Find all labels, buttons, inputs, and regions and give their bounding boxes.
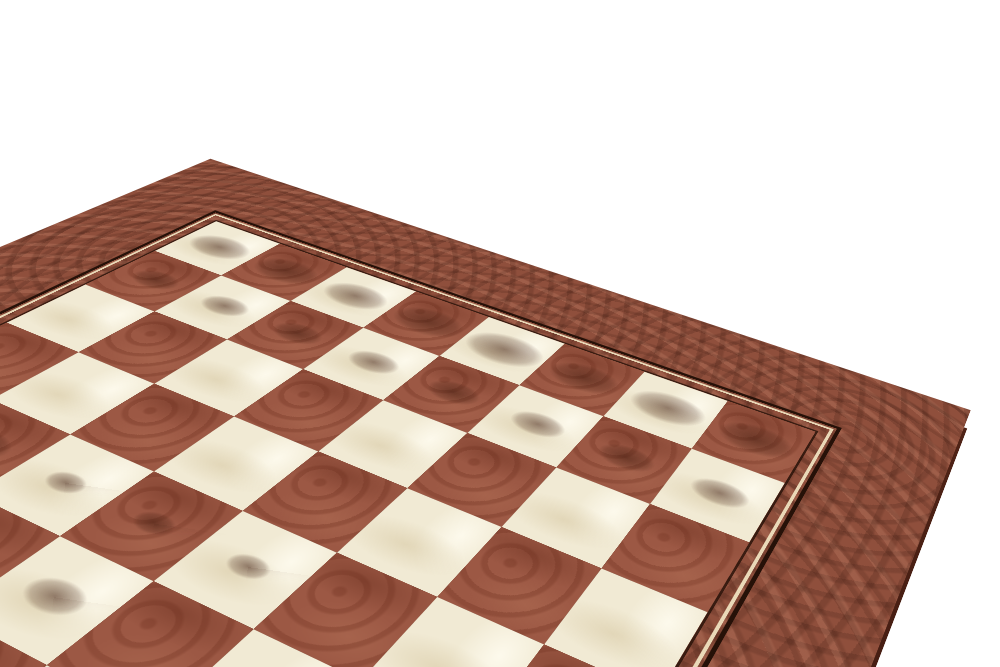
light-rook-glyph: ♜ bbox=[0, 402, 162, 616]
chess-set-photo: ♜♞♝♛♚♝♞♜♟♟♟♟♟♟♟♟♞♟♟♜♟ bbox=[0, 0, 1000, 667]
chess-board: ♜♞♝♛♚♝♞♜♟♟♟♟♟♟♟♟♞♟♟♜♟ bbox=[0, 159, 971, 667]
camera-roll-wrapper: ♜♞♝♛♚♝♞♜♟♟♟♟♟♟♟♟♞♟♟♜♟ bbox=[0, 0, 1000, 667]
perspective-wrapper: ♜♞♝♛♚♝♞♜♟♟♟♟♟♟♟♟♞♟♟♜♟ bbox=[0, 0, 943, 667]
light-pawn-glyph: ♟ bbox=[175, 397, 343, 584]
dark-pawn-glyph: ♟ bbox=[628, 273, 840, 509]
